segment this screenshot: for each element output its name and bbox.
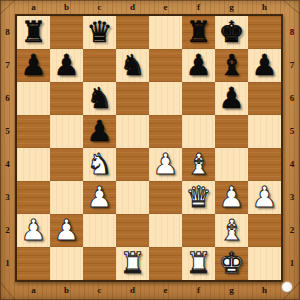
black-rook-f8[interactable]: ♜: [182, 16, 215, 49]
rank-label-1-left: 1: [0, 247, 15, 280]
black-pawn-g6[interactable]: ♟: [215, 82, 248, 115]
square-d7[interactable]: ♞: [116, 49, 149, 82]
square-h7[interactable]: ♟: [248, 49, 281, 82]
chess-board: ♜♛♜♚♟♟♞♟♝♟♞♟♟♞♟♝♟♛♟♟♟♟♝♜♜♚: [15, 14, 283, 282]
black-king-g8[interactable]: ♚: [215, 16, 248, 49]
white-bishop-g2[interactable]: ♝: [215, 214, 248, 247]
chess-screenshot: ♜♛♜♚♟♟♞♟♝♟♞♟♟♞♟♝♟♛♟♟♟♟♝♜♜♚ aabbccddeeffg…: [0, 0, 300, 300]
square-h2[interactable]: [248, 214, 281, 247]
rank-label-6-right: 6: [284, 82, 300, 115]
square-g6[interactable]: ♟: [215, 82, 248, 115]
square-c4[interactable]: ♞: [83, 148, 116, 181]
file-label-b-top: b: [50, 0, 83, 14]
white-pawn-e4[interactable]: ♟: [149, 148, 182, 181]
file-label-h-bottom: h: [248, 282, 281, 300]
rank-label-4-left: 4: [0, 148, 15, 181]
square-d8[interactable]: [116, 16, 149, 49]
file-label-f-bottom: f: [182, 282, 215, 300]
square-g3[interactable]: ♟: [215, 181, 248, 214]
square-c6[interactable]: ♞: [83, 82, 116, 115]
rank-label-1-right: 1: [284, 247, 300, 280]
white-bishop-f4[interactable]: ♝: [182, 148, 215, 181]
square-f8[interactable]: ♜: [182, 16, 215, 49]
square-f2[interactable]: [182, 214, 215, 247]
square-a4[interactable]: [17, 148, 50, 181]
square-e8[interactable]: [149, 16, 182, 49]
square-f5[interactable]: [182, 115, 215, 148]
rank-label-2-left: 2: [0, 214, 15, 247]
square-g7[interactable]: ♝: [215, 49, 248, 82]
square-h6[interactable]: [248, 82, 281, 115]
square-e6[interactable]: [149, 82, 182, 115]
black-knight-c6[interactable]: ♞: [83, 82, 116, 115]
rank-label-7-left: 7: [0, 49, 15, 82]
rank-label-8-left: 8: [0, 16, 15, 49]
square-g5[interactable]: [215, 115, 248, 148]
rank-label-5-right: 5: [284, 115, 300, 148]
square-b6[interactable]: [50, 82, 83, 115]
black-pawn-b7[interactable]: ♟: [50, 49, 83, 82]
square-f7[interactable]: ♟: [182, 49, 215, 82]
black-rook-a8[interactable]: ♜: [17, 16, 50, 49]
square-d3[interactable]: [116, 181, 149, 214]
square-e5[interactable]: [149, 115, 182, 148]
square-a6[interactable]: [17, 82, 50, 115]
square-g4[interactable]: [215, 148, 248, 181]
square-b8[interactable]: [50, 16, 83, 49]
white-rook-f1[interactable]: ♜: [182, 247, 215, 280]
white-king-g1[interactable]: ♚: [215, 247, 248, 280]
white-pawn-g3[interactable]: ♟: [215, 181, 248, 214]
file-label-g-bottom: g: [215, 282, 248, 300]
file-label-d-top: d: [116, 0, 149, 14]
square-a3[interactable]: [17, 181, 50, 214]
square-a8[interactable]: ♜: [17, 16, 50, 49]
white-pawn-b2[interactable]: ♟: [50, 214, 83, 247]
file-label-b-bottom: b: [50, 282, 83, 300]
square-h8[interactable]: [248, 16, 281, 49]
square-b7[interactable]: ♟: [50, 49, 83, 82]
square-h1[interactable]: [248, 247, 281, 280]
square-g1[interactable]: ♚: [215, 247, 248, 280]
square-a5[interactable]: [17, 115, 50, 148]
file-label-f-top: f: [182, 0, 215, 14]
white-pawn-a2[interactable]: ♟: [17, 214, 50, 247]
rank-label-3-right: 3: [284, 181, 300, 214]
white-rook-d1[interactable]: ♜: [116, 247, 149, 280]
file-label-d-bottom: d: [116, 282, 149, 300]
white-to-move-indicator: [282, 282, 292, 292]
white-knight-c4[interactable]: ♞: [83, 148, 116, 181]
square-b5[interactable]: [50, 115, 83, 148]
square-h4[interactable]: [248, 148, 281, 181]
square-b4[interactable]: [50, 148, 83, 181]
square-d4[interactable]: [116, 148, 149, 181]
rank-label-6-left: 6: [0, 82, 15, 115]
rank-label-7-right: 7: [284, 49, 300, 82]
square-e4[interactable]: ♟: [149, 148, 182, 181]
square-g8[interactable]: ♚: [215, 16, 248, 49]
black-pawn-c5[interactable]: ♟: [83, 115, 116, 148]
black-queen-c8[interactable]: ♛: [83, 16, 116, 49]
square-e3[interactable]: [149, 181, 182, 214]
white-queen-f3[interactable]: ♛: [182, 181, 215, 214]
square-e7[interactable]: [149, 49, 182, 82]
file-label-a-top: a: [17, 0, 50, 14]
square-d1[interactable]: ♜: [116, 247, 149, 280]
rank-label-5-left: 5: [0, 115, 15, 148]
black-bishop-g7[interactable]: ♝: [215, 49, 248, 82]
square-f1[interactable]: ♜: [182, 247, 215, 280]
rank-label-4-right: 4: [284, 148, 300, 181]
square-f3[interactable]: ♛: [182, 181, 215, 214]
file-label-a-bottom: a: [17, 282, 50, 300]
black-pawn-f7[interactable]: ♟: [182, 49, 215, 82]
file-label-h-top: h: [248, 0, 281, 14]
square-e2[interactable]: [149, 214, 182, 247]
square-c7[interactable]: [83, 49, 116, 82]
square-d6[interactable]: [116, 82, 149, 115]
rank-label-8-right: 8: [284, 16, 300, 49]
square-b2[interactable]: ♟: [50, 214, 83, 247]
square-c5[interactable]: ♟: [83, 115, 116, 148]
square-a1[interactable]: [17, 247, 50, 280]
square-c3[interactable]: ♟: [83, 181, 116, 214]
file-label-c-bottom: c: [83, 282, 116, 300]
square-a2[interactable]: ♟: [17, 214, 50, 247]
square-h3[interactable]: ♟: [248, 181, 281, 214]
square-f6[interactable]: [182, 82, 215, 115]
white-pawn-c3[interactable]: ♟: [83, 181, 116, 214]
file-label-c-top: c: [83, 0, 116, 14]
square-c2[interactable]: [83, 214, 116, 247]
square-c1[interactable]: [83, 247, 116, 280]
square-b3[interactable]: [50, 181, 83, 214]
black-knight-d7[interactable]: ♞: [116, 49, 149, 82]
rank-label-2-right: 2: [284, 214, 300, 247]
file-label-e-top: e: [149, 0, 182, 14]
file-label-e-bottom: e: [149, 282, 182, 300]
square-f4[interactable]: ♝: [182, 148, 215, 181]
square-g2[interactable]: ♝: [215, 214, 248, 247]
file-label-g-top: g: [215, 0, 248, 14]
black-pawn-h7[interactable]: ♟: [248, 49, 281, 82]
square-d5[interactable]: [116, 115, 149, 148]
square-e1[interactable]: [149, 247, 182, 280]
square-a7[interactable]: ♟: [17, 49, 50, 82]
black-pawn-a7[interactable]: ♟: [17, 49, 50, 82]
square-h5[interactable]: [248, 115, 281, 148]
square-d2[interactable]: [116, 214, 149, 247]
rank-label-3-left: 3: [0, 181, 15, 214]
square-b1[interactable]: [50, 247, 83, 280]
square-c8[interactable]: ♛: [83, 16, 116, 49]
white-pawn-h3[interactable]: ♟: [248, 181, 281, 214]
